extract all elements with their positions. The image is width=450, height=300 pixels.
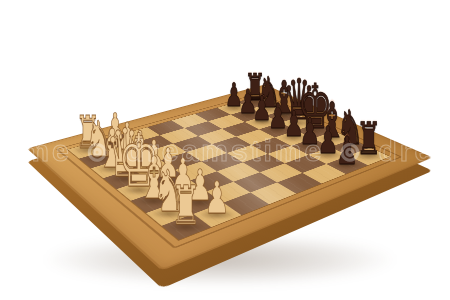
playing-area — [68, 96, 390, 240]
photo-canvas: ♜♞♝♛♚♝♞♜♟♟♟♟♟♟♟♟♟♟♟♟♟♟♟♟♜♞♝♛♚♝♞♜ dreamst… — [0, 0, 450, 300]
chessboard-scene — [82, 8, 372, 298]
